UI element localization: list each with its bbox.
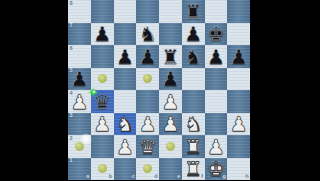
file-label-b: b: [109, 174, 112, 180]
square-c6[interactable]: ♟: [114, 45, 137, 68]
white-pawn[interactable]: ♟: [161, 112, 179, 135]
legal-move-dot: [75, 142, 84, 151]
square-c3[interactable]: ♞: [114, 113, 137, 136]
square-d8[interactable]: [136, 0, 159, 23]
square-f7[interactable]: ♟: [182, 23, 205, 46]
black-knight[interactable]: ♞: [184, 45, 202, 68]
square-h4[interactable]: [227, 90, 250, 113]
black-pawn[interactable]: ♟: [207, 45, 225, 68]
rank-label-2: 2: [70, 136, 73, 142]
square-c2[interactable]: ♟: [114, 135, 137, 158]
square-b1[interactable]: b: [91, 158, 114, 181]
white-pawn[interactable]: ♟: [161, 90, 179, 113]
square-c7[interactable]: [114, 23, 137, 46]
square-h3[interactable]: ♟: [227, 113, 250, 136]
square-g7[interactable]: ♚: [205, 23, 228, 46]
square-a4[interactable]: 4♟: [68, 90, 91, 113]
square-g5[interactable]: [205, 68, 228, 91]
white-pawn[interactable]: ♟: [93, 112, 111, 135]
black-rook[interactable]: ♜: [161, 45, 179, 68]
black-pawn[interactable]: ♟: [230, 45, 248, 68]
square-h8[interactable]: [227, 0, 250, 23]
white-knight[interactable]: ♞: [116, 112, 134, 135]
square-e2[interactable]: [159, 135, 182, 158]
square-g3[interactable]: [205, 113, 228, 136]
white-pawn[interactable]: ♟: [116, 135, 134, 158]
square-f4[interactable]: [182, 90, 205, 113]
black-knight[interactable]: ♞: [139, 22, 157, 45]
square-b6[interactable]: [91, 45, 114, 68]
square-h5[interactable]: [227, 68, 250, 91]
square-b7[interactable]: ♟: [91, 23, 114, 46]
black-pawn[interactable]: ♟: [161, 67, 179, 90]
square-e8[interactable]: [159, 0, 182, 23]
white-pawn[interactable]: ♟: [139, 112, 157, 135]
white-pawn[interactable]: ♟: [70, 90, 88, 113]
square-d7[interactable]: ♞: [136, 23, 159, 46]
file-label-d: d: [154, 174, 157, 180]
black-pawn[interactable]: ♟: [116, 45, 134, 68]
square-b8[interactable]: [91, 0, 114, 23]
file-label-g: g: [222, 174, 225, 180]
square-b4[interactable]: ♛✦✦: [91, 90, 114, 113]
file-label-a: a: [86, 174, 89, 180]
black-pawn[interactable]: ♟: [139, 45, 157, 68]
square-d2[interactable]: ♛: [136, 135, 159, 158]
square-b3[interactable]: ♟: [91, 113, 114, 136]
square-b5[interactable]: [91, 68, 114, 91]
square-d4[interactable]: [136, 90, 159, 113]
square-d3[interactable]: ♟: [136, 113, 159, 136]
rank-label-5: 5: [70, 68, 73, 74]
square-e4[interactable]: ♟: [159, 90, 182, 113]
white-queen[interactable]: ♛: [139, 135, 157, 158]
file-label-c: c: [132, 174, 135, 180]
square-e1[interactable]: e: [159, 158, 182, 181]
square-h2[interactable]: [227, 135, 250, 158]
black-pawn[interactable]: ♟: [70, 67, 88, 90]
square-c1[interactable]: c: [114, 158, 137, 181]
square-f5[interactable]: [182, 68, 205, 91]
rank-label-4: 4: [70, 91, 73, 97]
square-e7[interactable]: [159, 23, 182, 46]
square-b2[interactable]: [91, 135, 114, 158]
square-a1[interactable]: 1a: [68, 158, 91, 181]
square-d1[interactable]: d: [136, 158, 159, 181]
square-g1[interactable]: g♚: [205, 158, 228, 181]
square-d5[interactable]: [136, 68, 159, 91]
rank-label-3: 3: [70, 113, 73, 119]
square-a7[interactable]: 7: [68, 23, 91, 46]
square-f1[interactable]: f♜: [182, 158, 205, 181]
square-a6[interactable]: 6: [68, 45, 91, 68]
screenshot-stage: 8♜7♟♞♟♚6♟♟♜♞♟♟5♟♟4♟♛✦✦♟3♟♞♟♟♞♟2♟♛♜♟1abcd…: [0, 0, 320, 180]
black-king[interactable]: ♚: [207, 22, 225, 45]
square-f8[interactable]: ♜: [182, 0, 205, 23]
square-h7[interactable]: [227, 23, 250, 46]
legal-move-dot: [143, 164, 152, 173]
rank-label-7: 7: [70, 23, 73, 29]
black-pawn[interactable]: ♟: [93, 22, 111, 45]
square-g2[interactable]: ♟: [205, 135, 228, 158]
square-a8[interactable]: 8: [68, 0, 91, 23]
square-g6[interactable]: ♟: [205, 45, 228, 68]
square-g4[interactable]: [205, 90, 228, 113]
square-e6[interactable]: ♜: [159, 45, 182, 68]
square-a5[interactable]: 5♟: [68, 68, 91, 91]
white-pawn[interactable]: ♟: [207, 135, 225, 158]
chessboard: 8♜7♟♞♟♚6♟♟♜♞♟♟5♟♟4♟♛✦✦♟3♟♞♟♟♞♟2♟♛♜♟1abcd…: [68, 0, 250, 180]
black-queen[interactable]: ♛: [93, 90, 111, 113]
file-label-h: h: [245, 174, 248, 180]
legal-move-dot: [166, 142, 175, 151]
square-e5[interactable]: ♟: [159, 68, 182, 91]
white-rook[interactable]: ♜: [184, 157, 202, 180]
rank-label-6: 6: [70, 46, 73, 52]
legal-move-dot: [98, 74, 107, 83]
square-a2[interactable]: 2: [68, 135, 91, 158]
square-c5[interactable]: [114, 68, 137, 91]
legal-move-dot: [143, 74, 152, 83]
square-h6[interactable]: ♟: [227, 45, 250, 68]
square-h1[interactable]: h: [227, 158, 250, 181]
letterbox-left: [0, 0, 68, 180]
square-c8[interactable]: [114, 0, 137, 23]
rank-label-1: 1: [70, 158, 73, 164]
white-pawn[interactable]: ♟: [230, 112, 248, 135]
square-d6[interactable]: ♟: [136, 45, 159, 68]
square-f2[interactable]: ♜: [182, 135, 205, 158]
square-g8[interactable]: [205, 0, 228, 23]
letterbox-right: [250, 0, 320, 180]
black-pawn[interactable]: ♟: [184, 22, 202, 45]
rank-label-8: 8: [70, 1, 73, 7]
legal-move-dot: [98, 164, 107, 173]
square-f6[interactable]: ♞: [182, 45, 205, 68]
square-c4[interactable]: [114, 90, 137, 113]
square-a3[interactable]: 3: [68, 113, 91, 136]
black-rook[interactable]: ♜: [184, 0, 202, 23]
file-label-e: e: [177, 174, 180, 180]
white-knight[interactable]: ♞: [184, 112, 202, 135]
white-rook[interactable]: ♜: [184, 135, 202, 158]
file-label-f: f: [201, 174, 203, 180]
square-f3[interactable]: ♞: [182, 113, 205, 136]
square-e3[interactable]: ♟: [159, 113, 182, 136]
